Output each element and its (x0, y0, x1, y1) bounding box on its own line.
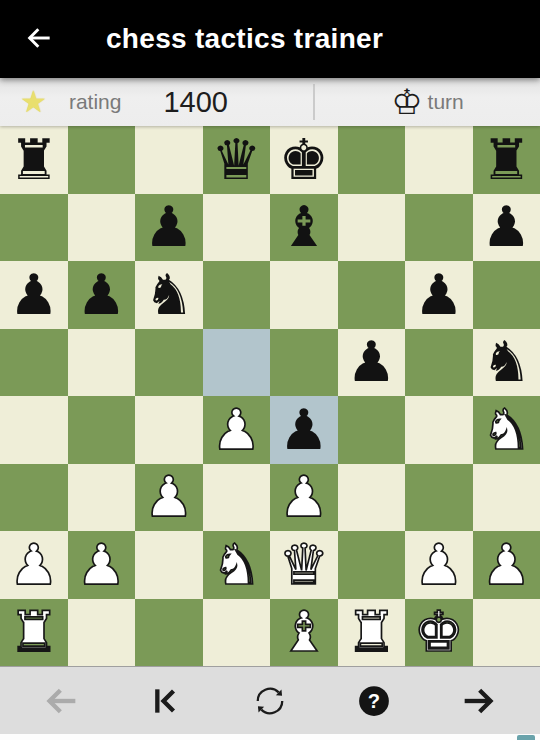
square-d1[interactable] (203, 599, 271, 667)
square-d5[interactable] (203, 329, 271, 397)
corner-speck (517, 735, 535, 740)
square-a4[interactable] (0, 396, 68, 464)
square-h5[interactable]: ♞ (473, 329, 540, 397)
square-a7[interactable] (0, 194, 68, 262)
square-f7[interactable] (338, 194, 406, 262)
square-e2[interactable]: ♛ (270, 531, 338, 599)
bottom-strip (0, 734, 540, 740)
square-a2[interactable]: ♟ (0, 531, 68, 599)
white-rook[interactable]: ♜ (9, 604, 59, 660)
square-f5[interactable]: ♟ (338, 329, 406, 397)
rating-label: rating (69, 90, 122, 114)
black-pawn[interactable]: ♟ (346, 334, 396, 390)
square-h7[interactable]: ♟ (473, 194, 540, 262)
square-g3[interactable] (405, 464, 473, 532)
black-knight[interactable]: ♞ (481, 334, 531, 390)
square-c7[interactable]: ♟ (135, 194, 203, 262)
square-e5[interactable] (270, 329, 338, 397)
square-b3[interactable] (68, 464, 136, 532)
square-e1[interactable]: ♝ (270, 599, 338, 667)
square-b2[interactable]: ♟ (68, 531, 136, 599)
white-king[interactable]: ♚ (414, 604, 464, 660)
arrow-right-icon (458, 681, 498, 721)
white-pawn[interactable]: ♟ (76, 537, 126, 593)
square-g8[interactable] (405, 126, 473, 194)
square-h1[interactable] (473, 599, 540, 667)
square-e8[interactable]: ♚ (270, 126, 338, 194)
star-icon: ★ (20, 87, 47, 117)
square-a1[interactable]: ♜ (0, 599, 68, 667)
square-g4[interactable] (405, 396, 473, 464)
square-h3[interactable] (473, 464, 540, 532)
square-a8[interactable]: ♜ (0, 126, 68, 194)
square-c1[interactable] (135, 599, 203, 667)
square-a5[interactable] (0, 329, 68, 397)
square-h4[interactable]: ♞ (473, 396, 540, 464)
white-pawn[interactable]: ♟ (279, 469, 329, 525)
app-bar: chess tactics trainer (0, 0, 540, 78)
svg-text:?: ? (368, 690, 380, 712)
square-e6[interactable] (270, 261, 338, 329)
retry-puzzle-button[interactable] (231, 673, 309, 729)
square-f3[interactable] (338, 464, 406, 532)
black-rook[interactable]: ♜ (9, 132, 59, 188)
rating-section: ★ rating 1400 (0, 86, 313, 119)
square-a6[interactable]: ♟ (0, 261, 68, 329)
black-king[interactable]: ♚ (279, 132, 329, 188)
black-queen[interactable]: ♛ (211, 132, 261, 188)
square-g1[interactable]: ♚ (405, 599, 473, 667)
square-b8[interactable] (68, 126, 136, 194)
square-g6[interactable]: ♟ (405, 261, 473, 329)
square-b4[interactable] (68, 396, 136, 464)
square-b5[interactable] (68, 329, 136, 397)
turn-section: ♔ turn (315, 85, 540, 120)
black-knight[interactable]: ♞ (144, 267, 194, 323)
arrow-left-icon (42, 681, 82, 721)
square-g7[interactable] (405, 194, 473, 262)
square-d4[interactable]: ♟ (203, 396, 271, 464)
square-f2[interactable] (338, 531, 406, 599)
square-d8[interactable]: ♛ (203, 126, 271, 194)
next-puzzle-button[interactable] (439, 673, 517, 729)
square-e4[interactable]: ♟ (270, 396, 338, 464)
white-rook[interactable]: ♜ (346, 604, 396, 660)
white-knight[interactable]: ♞ (481, 402, 531, 458)
square-c4[interactable] (135, 396, 203, 464)
rating-turn-bar: ★ rating 1400 ♔ turn (0, 78, 540, 126)
puzzle-toolbar: ? (0, 666, 540, 734)
square-d2[interactable]: ♞ (203, 531, 271, 599)
white-pawn[interactable]: ♟ (144, 469, 194, 525)
square-d6[interactable] (203, 261, 271, 329)
black-pawn[interactable]: ♟ (144, 199, 194, 255)
square-d3[interactable] (203, 464, 271, 532)
black-bishop[interactable]: ♝ (279, 199, 329, 255)
square-h8[interactable]: ♜ (473, 126, 540, 194)
square-b1[interactable] (68, 599, 136, 667)
square-g5[interactable] (405, 329, 473, 397)
square-c2[interactable] (135, 531, 203, 599)
square-b6[interactable]: ♟ (68, 261, 136, 329)
square-f4[interactable] (338, 396, 406, 464)
hint-button[interactable]: ? (335, 673, 413, 729)
skip-start-icon (146, 681, 186, 721)
square-f6[interactable] (338, 261, 406, 329)
square-c3[interactable]: ♟ (135, 464, 203, 532)
white-pawn[interactable]: ♟ (9, 537, 59, 593)
square-f1[interactable]: ♜ (338, 599, 406, 667)
rating-value: 1400 (163, 86, 228, 119)
square-e3[interactable]: ♟ (270, 464, 338, 532)
black-pawn[interactable]: ♟ (9, 267, 59, 323)
square-f8[interactable] (338, 126, 406, 194)
chess-tactics-app: chess tactics trainer ★ rating 1400 ♔ tu… (0, 0, 540, 740)
white-pawn[interactable]: ♟ (414, 537, 464, 593)
white-pawn[interactable]: ♟ (481, 537, 531, 593)
square-c5[interactable] (135, 329, 203, 397)
black-pawn[interactable]: ♟ (481, 199, 531, 255)
square-e7[interactable]: ♝ (270, 194, 338, 262)
white-queen[interactable]: ♛ (279, 537, 329, 593)
white-pawn[interactable]: ♟ (211, 402, 261, 458)
skip-to-start-button[interactable] (127, 673, 205, 729)
square-d7[interactable] (203, 194, 271, 262)
black-pawn[interactable]: ♟ (414, 267, 464, 323)
square-h2[interactable]: ♟ (473, 531, 540, 599)
back-button[interactable] (16, 16, 62, 62)
arrow-back-icon (23, 22, 55, 57)
square-h6[interactable] (473, 261, 540, 329)
undo-move-button[interactable] (23, 673, 101, 729)
black-rook[interactable]: ♜ (481, 132, 531, 188)
chess-board: ♜♛♚♜♟♝♟♟♟♞♟♟♞♟♟♞♟♟♟♟♞♛♟♟♜♝♜♚ (0, 126, 540, 666)
black-pawn[interactable]: ♟ (279, 402, 329, 458)
square-c8[interactable] (135, 126, 203, 194)
square-a3[interactable] (0, 464, 68, 532)
square-c6[interactable]: ♞ (135, 261, 203, 329)
white-king-turn-icon: ♔ (391, 85, 422, 120)
white-bishop[interactable]: ♝ (279, 604, 329, 660)
square-b7[interactable] (68, 194, 136, 262)
white-knight[interactable]: ♞ (211, 537, 261, 593)
help-icon: ? (353, 680, 395, 722)
refresh-icon (249, 680, 291, 722)
page-title: chess tactics trainer (106, 23, 383, 55)
turn-label: turn (428, 90, 464, 114)
black-pawn[interactable]: ♟ (76, 267, 126, 323)
square-g2[interactable]: ♟ (405, 531, 473, 599)
